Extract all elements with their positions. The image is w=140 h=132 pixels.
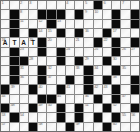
black-cell-r13c11 bbox=[94, 113, 102, 121]
white-cell-r2c4[interactable] bbox=[29, 10, 37, 18]
black-cell-r8c2 bbox=[10, 66, 18, 74]
white-cell-r8c4[interactable] bbox=[29, 66, 37, 74]
white-cell-r4c6[interactable]: 15 bbox=[47, 29, 55, 37]
white-cell-r8c3[interactable]: 31 bbox=[20, 66, 28, 74]
black-cell-r12c1 bbox=[1, 104, 9, 112]
white-cell-r4c3[interactable] bbox=[20, 29, 28, 37]
white-cell-r9c6[interactable]: 37 bbox=[47, 76, 55, 84]
white-cell-r9c7[interactable] bbox=[57, 76, 65, 84]
clue-number: 38 bbox=[113, 76, 116, 80]
white-cell-r10c9[interactable] bbox=[75, 85, 83, 93]
clue-number: 59 bbox=[76, 123, 79, 127]
clue-number: 30 bbox=[113, 57, 116, 61]
white-cell-r3c11[interactable] bbox=[94, 20, 102, 28]
black-cell-r2c9 bbox=[75, 10, 83, 18]
white-cell-r11c9[interactable] bbox=[75, 95, 83, 103]
white-cell-r7c5[interactable] bbox=[38, 57, 46, 65]
clue-number: 57 bbox=[2, 123, 5, 127]
white-cell-r11c4[interactable] bbox=[29, 95, 37, 103]
clue-number: 43 bbox=[103, 85, 106, 89]
entered-letter: T bbox=[29, 38, 37, 46]
black-cell-r4c9 bbox=[75, 29, 83, 37]
white-cell-r6c14[interactable]: 26 bbox=[121, 48, 129, 56]
white-cell-r6c15[interactable]: 27 bbox=[131, 48, 139, 56]
white-cell-r7c6[interactable] bbox=[47, 57, 55, 65]
white-cell-r13c3[interactable]: 54 bbox=[20, 113, 28, 121]
white-cell-r9c14[interactable] bbox=[121, 76, 129, 84]
white-cell-r12c11[interactable] bbox=[94, 104, 102, 112]
white-cell-r3c12[interactable] bbox=[103, 20, 111, 28]
white-cell-r4c1[interactable] bbox=[1, 29, 9, 37]
black-cell-r11c11 bbox=[94, 95, 102, 103]
black-cell-r2c7 bbox=[57, 10, 65, 18]
black-cell-r10c1 bbox=[1, 85, 9, 93]
white-cell-r2c14[interactable] bbox=[121, 10, 129, 18]
white-cell-r7c8[interactable] bbox=[66, 57, 74, 65]
black-cell-r12c12 bbox=[103, 104, 111, 112]
black-cell-r13c7 bbox=[57, 113, 65, 121]
black-cell-r6c7 bbox=[57, 48, 65, 56]
white-cell-r5c9[interactable]: 21 bbox=[75, 38, 83, 46]
white-cell-r1c3[interactable]: 2 bbox=[20, 1, 28, 9]
white-cell-r11c8[interactable] bbox=[66, 95, 74, 103]
clue-number: 42 bbox=[94, 85, 97, 89]
black-cell-r14c8 bbox=[66, 123, 74, 131]
white-cell-r12c5[interactable]: 49 bbox=[38, 104, 46, 112]
white-cell-r2c1[interactable] bbox=[1, 10, 9, 18]
white-cell-r1c15[interactable] bbox=[131, 1, 139, 9]
white-cell-r2c3[interactable]: 8 bbox=[20, 10, 28, 18]
white-cell-r1c14[interactable]: 7 bbox=[121, 1, 129, 9]
white-cell-r14c2[interactable] bbox=[10, 123, 18, 131]
white-cell-r13c12[interactable] bbox=[103, 113, 111, 121]
clue-number: 54 bbox=[20, 113, 23, 117]
white-cell-r3c7[interactable]: 13 bbox=[57, 20, 65, 28]
clue-number: 6 bbox=[103, 1, 105, 5]
white-cell-r1c13[interactable] bbox=[112, 1, 120, 9]
white-cell-r14c13[interactable]: 60 bbox=[112, 123, 120, 131]
white-cell-r4c8[interactable] bbox=[66, 29, 74, 37]
white-cell-r3c10[interactable] bbox=[84, 20, 92, 28]
white-cell-r10c5[interactable]: 40 bbox=[38, 85, 46, 93]
white-cell-r12c6[interactable]: 50 bbox=[47, 104, 55, 112]
clue-number: 28 bbox=[29, 57, 32, 61]
white-cell-r3c9[interactable] bbox=[75, 20, 83, 28]
clue-number: 49 bbox=[39, 104, 42, 108]
white-cell-r1c6[interactable] bbox=[47, 1, 55, 9]
clue-number: 31 bbox=[20, 66, 23, 70]
clue-number: 58 bbox=[39, 123, 42, 127]
white-cell-r9c1[interactable] bbox=[1, 76, 9, 84]
black-cell-r5c15 bbox=[131, 38, 139, 46]
black-cell-r7c7 bbox=[57, 57, 65, 65]
white-cell-r11c7[interactable]: 45 bbox=[57, 95, 65, 103]
clue-number: 13 bbox=[57, 20, 60, 24]
white-cell-r1c7[interactable] bbox=[57, 1, 65, 9]
clue-number: 7 bbox=[122, 1, 124, 5]
white-cell-r14c11[interactable] bbox=[94, 123, 102, 131]
white-cell-r11c3[interactable] bbox=[20, 95, 28, 103]
black-cell-r6c2 bbox=[10, 48, 18, 56]
white-cell-r14c6[interactable] bbox=[47, 123, 55, 131]
black-cell-r4c2 bbox=[10, 29, 18, 37]
white-cell-r6c6[interactable] bbox=[47, 48, 55, 56]
white-cell-r3c3[interactable]: 11 bbox=[20, 20, 28, 28]
black-cell-r12c7 bbox=[57, 104, 65, 112]
white-cell-r9c13[interactable]: 38 bbox=[112, 76, 120, 84]
white-cell-r6c8[interactable]: 24 bbox=[66, 48, 74, 56]
black-cell-r8c13 bbox=[112, 66, 120, 74]
white-cell-r1c9[interactable] bbox=[75, 1, 83, 9]
entered-letter: A bbox=[20, 38, 28, 46]
clue-number: 40 bbox=[39, 85, 42, 89]
clue-number: 56 bbox=[131, 113, 134, 117]
black-cell-r11c6 bbox=[47, 95, 55, 103]
white-cell-r11c10[interactable]: 46 bbox=[84, 95, 92, 103]
white-cell-r3c4[interactable] bbox=[29, 20, 37, 28]
black-cell-r2c2 bbox=[10, 10, 18, 18]
white-cell-r7c4[interactable]: 28 bbox=[29, 57, 37, 65]
white-cell-r3c14[interactable] bbox=[121, 20, 129, 28]
clue-number: 37 bbox=[48, 76, 51, 80]
white-cell-r8c1[interactable] bbox=[1, 66, 9, 74]
clue-number: 46 bbox=[85, 95, 88, 99]
clue-number: 25 bbox=[94, 48, 97, 52]
clue-number: 48 bbox=[11, 104, 14, 108]
white-cell-r14c9[interactable]: 59 bbox=[75, 123, 83, 131]
clue-number: 45 bbox=[57, 95, 60, 99]
white-cell-r5c6[interactable]: 20 bbox=[47, 38, 55, 46]
white-cell-r4c10[interactable]: 16 bbox=[84, 29, 92, 37]
white-cell-r6c10[interactable] bbox=[84, 48, 92, 56]
white-cell-r4c13[interactable]: 17 bbox=[112, 29, 120, 37]
white-cell-r6c4[interactable] bbox=[29, 48, 37, 56]
white-cell-r5c10[interactable] bbox=[84, 38, 92, 46]
white-cell-r8c11[interactable]: 34 bbox=[94, 66, 102, 74]
black-cell-r3c2 bbox=[10, 20, 18, 28]
white-cell-r11c1[interactable]: 44 bbox=[1, 95, 9, 103]
white-cell-r1c8[interactable]: 4 bbox=[66, 1, 74, 9]
white-cell-r6c9[interactable] bbox=[75, 48, 83, 56]
white-cell-r8c14[interactable]: 35 bbox=[121, 66, 129, 74]
white-cell-r12c2[interactable]: 48 bbox=[10, 104, 18, 112]
white-cell-r13c4[interactable] bbox=[29, 113, 37, 121]
white-cell-r8c12[interactable] bbox=[103, 66, 111, 74]
clue-number: 35 bbox=[122, 66, 125, 70]
black-cell-r14c4 bbox=[29, 123, 37, 131]
black-cell-r4c12 bbox=[103, 29, 111, 37]
clue-number: 39 bbox=[11, 85, 14, 89]
white-cell-r7c13[interactable]: 30 bbox=[112, 57, 120, 65]
clue-number: 21 bbox=[76, 38, 79, 42]
white-cell-r1c5[interactable] bbox=[38, 1, 46, 9]
white-cell-r14c1[interactable]: 57 bbox=[1, 123, 9, 131]
black-cell-r12c9 bbox=[75, 104, 83, 112]
clue-number: 4 bbox=[66, 1, 68, 5]
clue-number: 32 bbox=[48, 66, 51, 70]
clue-number: 51 bbox=[85, 104, 88, 108]
white-cell-r13c14[interactable]: 55 bbox=[121, 113, 129, 121]
clue-number: 16 bbox=[85, 29, 88, 33]
black-cell-r9c15 bbox=[131, 76, 139, 84]
clue-number: 34 bbox=[94, 66, 97, 70]
black-cell-r11c5 bbox=[38, 95, 46, 103]
white-cell-r13c15[interactable]: 56 bbox=[131, 113, 139, 121]
black-cell-r2c6 bbox=[47, 10, 55, 18]
clue-number: 47 bbox=[122, 95, 125, 99]
clue-number: 17 bbox=[113, 29, 116, 33]
clue-number: 14 bbox=[39, 29, 42, 33]
clue-number: 41 bbox=[66, 85, 69, 89]
white-cell-r6c12[interactable] bbox=[103, 48, 111, 56]
black-cell-r7c2 bbox=[10, 57, 18, 65]
black-cell-r6c13 bbox=[112, 48, 120, 56]
white-cell-r8c8[interactable] bbox=[66, 66, 74, 74]
white-cell-r8c9[interactable]: 33 bbox=[75, 66, 83, 74]
white-cell-r5c4[interactable]: 19T bbox=[29, 38, 37, 46]
clue-number: 50 bbox=[48, 104, 51, 108]
white-cell-r11c15[interactable] bbox=[131, 95, 139, 103]
black-cell-r7c3 bbox=[20, 57, 28, 65]
white-cell-r7c10[interactable]: 29 bbox=[84, 57, 92, 65]
white-cell-r10c14[interactable] bbox=[121, 85, 129, 93]
white-cell-r14c7[interactable] bbox=[57, 123, 65, 131]
white-cell-r9c3[interactable]: 36 bbox=[20, 76, 28, 84]
white-cell-r14c10[interactable] bbox=[84, 123, 92, 131]
white-cell-r5c2[interactable]: T bbox=[10, 38, 18, 46]
clue-number: 33 bbox=[76, 66, 79, 70]
white-cell-r12c10[interactable]: 51 bbox=[84, 104, 92, 112]
black-cell-r10c10 bbox=[84, 85, 92, 93]
white-cell-r14c3[interactable] bbox=[20, 123, 28, 131]
white-cell-r1c12[interactable]: 6 bbox=[103, 1, 111, 9]
white-cell-r6c11[interactable]: 25 bbox=[94, 48, 102, 56]
black-cell-r12c4 bbox=[29, 104, 37, 112]
white-cell-r8c15[interactable] bbox=[131, 66, 139, 74]
white-cell-r11c12[interactable] bbox=[103, 95, 111, 103]
black-cell-r13c9 bbox=[75, 113, 83, 121]
white-cell-r14c5[interactable]: 58 bbox=[38, 123, 46, 131]
black-cell-r5c13 bbox=[112, 38, 120, 46]
black-cell-r12c15 bbox=[131, 104, 139, 112]
black-cell-r13c13 bbox=[112, 113, 120, 121]
clue-number: 9 bbox=[85, 10, 87, 14]
white-cell-r5c14[interactable] bbox=[121, 38, 129, 46]
clue-number: 8 bbox=[20, 10, 22, 14]
black-cell-r1c11 bbox=[94, 1, 102, 9]
clue-number: 26 bbox=[122, 48, 125, 52]
white-cell-r14c14[interactable] bbox=[121, 123, 129, 131]
white-cell-r12c13[interactable]: 52 bbox=[112, 104, 120, 112]
white-cell-r1c1[interactable]: 1 bbox=[1, 1, 9, 9]
white-cell-r4c15[interactable] bbox=[131, 29, 139, 37]
black-cell-r9c8 bbox=[66, 76, 74, 84]
white-cell-r10c3[interactable] bbox=[20, 85, 28, 93]
clue-number: 44 bbox=[2, 95, 5, 99]
clue-number: 29 bbox=[85, 57, 88, 61]
clue-number: 5 bbox=[85, 1, 87, 5]
black-cell-r6c5 bbox=[38, 48, 46, 56]
white-cell-r3c8[interactable] bbox=[66, 20, 74, 28]
white-cell-r8c7[interactable] bbox=[57, 66, 65, 74]
clue-number: 2 bbox=[20, 1, 22, 5]
black-cell-r2c15 bbox=[131, 10, 139, 18]
white-cell-r5c3[interactable]: A bbox=[20, 38, 28, 46]
clue-number: 24 bbox=[66, 48, 69, 52]
black-cell-r2c13 bbox=[112, 10, 120, 18]
white-cell-r10c8[interactable]: 41 bbox=[66, 85, 74, 93]
black-cell-r4c7 bbox=[57, 29, 65, 37]
white-cell-r2c11[interactable]: 10 bbox=[94, 10, 102, 18]
white-cell-r1c10[interactable]: 5 bbox=[84, 1, 92, 9]
black-cell-r10c4 bbox=[29, 85, 37, 93]
white-cell-r14c15[interactable] bbox=[131, 123, 139, 131]
white-cell-r3c1[interactable] bbox=[1, 20, 9, 28]
clue-number: 55 bbox=[122, 113, 125, 117]
clue-number: 1 bbox=[2, 1, 4, 5]
white-cell-r7c14[interactable] bbox=[121, 57, 129, 65]
white-cell-r4c11[interactable] bbox=[94, 29, 102, 37]
entered-letter: A bbox=[1, 38, 9, 46]
white-cell-r1c4[interactable]: 3 bbox=[29, 1, 37, 9]
white-cell-r4c5[interactable]: 14 bbox=[38, 29, 46, 37]
black-cell-r4c4 bbox=[29, 29, 37, 37]
white-cell-r10c12[interactable]: 43 bbox=[103, 85, 111, 93]
white-cell-r9c9[interactable] bbox=[75, 76, 83, 84]
white-cell-r2c12[interactable] bbox=[103, 10, 111, 18]
black-cell-r5c11 bbox=[94, 38, 102, 46]
clue-number: 12 bbox=[39, 20, 42, 24]
black-cell-r8c10 bbox=[84, 66, 92, 74]
black-cell-r13c2 bbox=[10, 113, 18, 121]
black-cell-r3c15 bbox=[131, 20, 139, 28]
black-cell-r10c13 bbox=[112, 85, 120, 93]
black-cell-r14c12 bbox=[103, 123, 111, 131]
white-cell-r4c14[interactable] bbox=[121, 29, 129, 37]
black-cell-r10c15 bbox=[131, 85, 139, 93]
clue-number: 27 bbox=[131, 48, 134, 52]
white-cell-r9c11[interactable] bbox=[94, 76, 102, 84]
black-cell-r2c5 bbox=[38, 10, 46, 18]
clue-number: 15 bbox=[48, 29, 51, 33]
black-cell-r5c5 bbox=[38, 38, 46, 46]
white-cell-r12c3[interactable] bbox=[20, 104, 28, 112]
clue-number: 60 bbox=[113, 123, 116, 127]
white-cell-r7c11[interactable] bbox=[94, 57, 102, 65]
black-cell-r9c5 bbox=[38, 76, 46, 84]
white-cell-r2c8[interactable] bbox=[66, 10, 74, 18]
white-cell-r6c1[interactable] bbox=[1, 48, 9, 56]
white-cell-r5c8[interactable] bbox=[66, 38, 74, 46]
white-cell-r7c15[interactable] bbox=[131, 57, 139, 65]
white-cell-r10c2[interactable]: 39 bbox=[10, 85, 18, 93]
white-cell-r7c1[interactable] bbox=[1, 57, 9, 65]
white-cell-r6c3[interactable]: 23 bbox=[20, 48, 28, 56]
white-cell-r10c11[interactable]: 42 bbox=[94, 85, 102, 93]
white-cell-r8c6[interactable]: 32 bbox=[47, 66, 55, 74]
black-cell-r9c12 bbox=[103, 76, 111, 84]
entered-letter: T bbox=[10, 38, 18, 46]
white-cell-r10c6[interactable] bbox=[47, 85, 55, 93]
black-cell-r11c13 bbox=[112, 95, 120, 103]
clue-number: 11 bbox=[20, 20, 23, 24]
clue-number: 23 bbox=[20, 48, 23, 52]
white-cell-r9c4[interactable] bbox=[29, 76, 37, 84]
clue-number: 22 bbox=[103, 38, 106, 42]
clue-number: 20 bbox=[48, 38, 51, 42]
crossword-grid: 123456789101112131415161718ATA19T2021222… bbox=[0, 0, 140, 132]
black-cell-r9c10 bbox=[84, 76, 92, 84]
white-cell-r5c1[interactable]: 18A bbox=[1, 38, 9, 46]
black-cell-r7c9 bbox=[75, 57, 83, 65]
white-cell-r13c5[interactable] bbox=[38, 113, 46, 121]
black-cell-r10c7 bbox=[57, 85, 65, 93]
white-cell-r13c10[interactable] bbox=[84, 113, 92, 121]
white-cell-r12c14[interactable] bbox=[121, 104, 129, 112]
white-cell-r5c12[interactable]: 22 bbox=[103, 38, 111, 46]
white-cell-r13c8[interactable] bbox=[66, 113, 74, 121]
black-cell-r7c12 bbox=[103, 57, 111, 65]
clue-number: 53 bbox=[2, 113, 5, 117]
black-cell-r3c6 bbox=[47, 20, 55, 28]
white-cell-r1c2[interactable] bbox=[10, 1, 18, 9]
white-cell-r2c10[interactable]: 9 bbox=[84, 10, 92, 18]
clue-number: 36 bbox=[20, 76, 23, 80]
white-cell-r13c6[interactable] bbox=[47, 113, 55, 121]
white-cell-r13c1[interactable]: 53 bbox=[1, 113, 9, 121]
white-cell-r11c2[interactable] bbox=[10, 95, 18, 103]
black-cell-r3c13 bbox=[112, 20, 120, 28]
black-cell-r8c5 bbox=[38, 66, 46, 74]
clue-number: 52 bbox=[113, 104, 116, 108]
white-cell-r3c5[interactable]: 12 bbox=[38, 20, 46, 28]
black-cell-r9c2 bbox=[10, 76, 18, 84]
clue-number: 10 bbox=[94, 10, 97, 14]
clue-number: 3 bbox=[29, 1, 31, 5]
white-cell-r5c7[interactable] bbox=[57, 38, 65, 46]
white-cell-r12c8[interactable] bbox=[66, 104, 74, 112]
white-cell-r11c14[interactable]: 47 bbox=[121, 95, 129, 103]
